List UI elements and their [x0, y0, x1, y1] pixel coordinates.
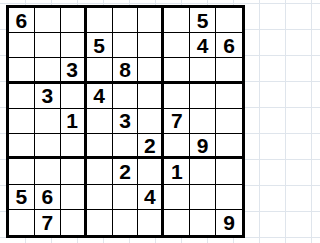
cell-r9c2[interactable]: 7: [35, 210, 61, 235]
cell-r8c4[interactable]: [87, 185, 113, 210]
cell-r2c6[interactable]: [138, 33, 164, 58]
cell-r9c1[interactable]: [9, 210, 35, 235]
cell-r5c4[interactable]: [87, 109, 113, 134]
cell-r1c5[interactable]: [113, 8, 139, 33]
cell-r8c7[interactable]: [164, 185, 190, 210]
cell-r7c1[interactable]: [9, 159, 35, 184]
cell-r6c4[interactable]: [87, 134, 113, 159]
cell-r1c6[interactable]: [138, 8, 164, 33]
cell-r6c2[interactable]: [35, 134, 61, 159]
cell-r1c7[interactable]: [164, 8, 190, 33]
cell-r6c1[interactable]: [9, 134, 35, 159]
cell-r5c8[interactable]: [190, 109, 216, 134]
cell-r7c3[interactable]: [61, 159, 87, 184]
cell-r9c8[interactable]: [190, 210, 216, 235]
cell-r9c9[interactable]: 9: [216, 210, 242, 235]
cell-r9c5[interactable]: [113, 210, 139, 235]
cell-r4c1[interactable]: [9, 84, 35, 109]
cell-r2c8[interactable]: 4: [190, 33, 216, 58]
cell-r3c5[interactable]: 8: [113, 58, 139, 83]
cell-r5c1[interactable]: [9, 109, 35, 134]
cell-r3c1[interactable]: [9, 58, 35, 83]
cell-r8c6[interactable]: 4: [138, 185, 164, 210]
cell-r1c3[interactable]: [61, 8, 87, 33]
cell-r1c9[interactable]: [216, 8, 242, 33]
cell-r8c3[interactable]: [61, 185, 87, 210]
cell-r2c9[interactable]: 6: [216, 33, 242, 58]
cell-r3c8[interactable]: [190, 58, 216, 83]
cell-r2c7[interactable]: [164, 33, 190, 58]
cell-r5c3[interactable]: 1: [61, 109, 87, 134]
cell-r6c7[interactable]: [164, 134, 190, 159]
cell-r6c6[interactable]: 2: [138, 134, 164, 159]
cell-r7c8[interactable]: [190, 159, 216, 184]
cell-r2c1[interactable]: [9, 33, 35, 58]
cell-r7c5[interactable]: 2: [113, 159, 139, 184]
cell-r7c9[interactable]: [216, 159, 242, 184]
cell-r6c9[interactable]: [216, 134, 242, 159]
cell-r6c3[interactable]: [61, 134, 87, 159]
cell-r5c6[interactable]: [138, 109, 164, 134]
cell-r1c2[interactable]: [35, 8, 61, 33]
cell-r4c4[interactable]: 4: [87, 84, 113, 109]
cell-r6c5[interactable]: [113, 134, 139, 159]
cell-r4c3[interactable]: [61, 84, 87, 109]
cell-r8c2[interactable]: 6: [35, 185, 61, 210]
cell-r7c4[interactable]: [87, 159, 113, 184]
cell-r4c9[interactable]: [216, 84, 242, 109]
cell-r5c2[interactable]: [35, 109, 61, 134]
cell-r9c4[interactable]: [87, 210, 113, 235]
cell-r3c2[interactable]: [35, 58, 61, 83]
cell-r2c3[interactable]: [61, 33, 87, 58]
cell-r5c7[interactable]: 7: [164, 109, 190, 134]
cell-r6c8[interactable]: 9: [190, 134, 216, 159]
cell-r5c5[interactable]: 3: [113, 109, 139, 134]
cell-r7c2[interactable]: [35, 159, 61, 184]
cell-r9c3[interactable]: [61, 210, 87, 235]
cell-r8c1[interactable]: 5: [9, 185, 35, 210]
cell-r4c6[interactable]: [138, 84, 164, 109]
cell-r1c8[interactable]: 5: [190, 8, 216, 33]
cell-r4c7[interactable]: [164, 84, 190, 109]
cell-r3c7[interactable]: [164, 58, 190, 83]
cell-r4c2[interactable]: 3: [35, 84, 61, 109]
cell-r8c9[interactable]: [216, 185, 242, 210]
cell-r7c7[interactable]: 1: [164, 159, 190, 184]
cell-r8c5[interactable]: [113, 185, 139, 210]
cell-r7c6[interactable]: [138, 159, 164, 184]
cell-r4c8[interactable]: [190, 84, 216, 109]
cell-r3c4[interactable]: [87, 58, 113, 83]
cell-r2c5[interactable]: [113, 33, 139, 58]
cell-r9c7[interactable]: [164, 210, 190, 235]
cell-r1c4[interactable]: [87, 8, 113, 33]
cell-r1c1[interactable]: 6: [9, 8, 35, 33]
cell-r4c5[interactable]: [113, 84, 139, 109]
cell-r9c6[interactable]: [138, 210, 164, 235]
cell-r2c2[interactable]: [35, 33, 61, 58]
sudoku-board: 655463834137292156479: [6, 5, 245, 238]
cell-r8c8[interactable]: [190, 185, 216, 210]
cell-r3c3[interactable]: 3: [61, 58, 87, 83]
cell-r3c6[interactable]: [138, 58, 164, 83]
cell-r2c4[interactable]: 5: [87, 33, 113, 58]
cell-r5c9[interactable]: [216, 109, 242, 134]
page-background: { "game": "sudoku", "position": "6000000…: [0, 0, 250, 243]
cell-r3c9[interactable]: [216, 58, 242, 83]
